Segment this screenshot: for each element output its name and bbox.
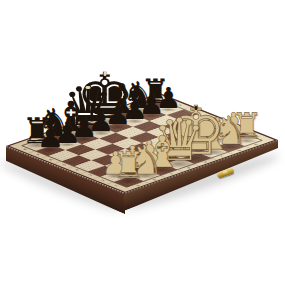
chess-set-photo: abcdefgh abcdefgh 87654321 87654321 ♜♟♞♟… xyxy=(0,0,285,285)
piece-accent-d8 xyxy=(85,86,90,89)
piece-accent-e8 xyxy=(103,71,106,76)
